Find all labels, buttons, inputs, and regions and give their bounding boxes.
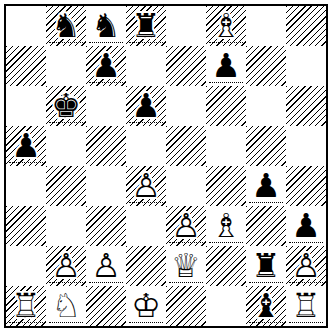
- square-a1[interactable]: ♜♖: [6, 286, 46, 326]
- white-pawn-b2[interactable]: ♟♙: [46, 246, 86, 286]
- square-g2[interactable]: ♜♜: [246, 246, 286, 286]
- square-g1[interactable]: ♝♝: [246, 286, 286, 326]
- black-pawn-h3[interactable]: ♟♟: [286, 206, 326, 246]
- square-b8[interactable]: ♞♞: [46, 6, 86, 46]
- square-a2[interactable]: [6, 246, 46, 286]
- square-e2[interactable]: ♛♕: [166, 246, 206, 286]
- square-e7[interactable]: [166, 46, 206, 86]
- white-pawn-h2[interactable]: ♟♙: [286, 246, 326, 286]
- square-d1[interactable]: ♚♔: [126, 286, 166, 326]
- square-e8[interactable]: [166, 6, 206, 46]
- square-g8[interactable]: [246, 6, 286, 46]
- square-f8[interactable]: ♝♗: [206, 6, 246, 46]
- square-c1[interactable]: [86, 286, 126, 326]
- square-d2[interactable]: [126, 246, 166, 286]
- piece-glyph: ♟: [286, 206, 326, 246]
- square-c2[interactable]: ♟♙: [86, 246, 126, 286]
- piece-glyph: ♕: [166, 246, 206, 286]
- square-a7[interactable]: [6, 46, 46, 86]
- piece-glyph: ♔: [126, 286, 166, 326]
- black-pawn-d6[interactable]: ♟♟: [126, 86, 166, 126]
- square-c6[interactable]: [86, 86, 126, 126]
- square-g4[interactable]: ♟♟: [246, 166, 286, 206]
- square-b1[interactable]: ♞♘: [46, 286, 86, 326]
- square-a8[interactable]: [6, 6, 46, 46]
- black-pawn-g4[interactable]: ♟♟: [246, 166, 286, 206]
- square-h1[interactable]: ♜♖: [286, 286, 326, 326]
- black-king-b6[interactable]: ♚♚: [46, 86, 86, 126]
- square-b2[interactable]: ♟♙: [46, 246, 86, 286]
- square-d3[interactable]: [126, 206, 166, 246]
- black-rook-g2[interactable]: ♜♜: [246, 246, 286, 286]
- white-rook-a1[interactable]: ♜♖: [6, 286, 46, 326]
- black-bishop-g1[interactable]: ♝♝: [246, 286, 286, 326]
- black-knight-b8[interactable]: ♞♞: [46, 6, 86, 46]
- black-pawn-c7[interactable]: ♟♟: [86, 46, 126, 86]
- square-h6[interactable]: [286, 86, 326, 126]
- square-b3[interactable]: [46, 206, 86, 246]
- square-b4[interactable]: [46, 166, 86, 206]
- square-h8[interactable]: [286, 6, 326, 46]
- piece-glyph: ♙: [126, 166, 166, 206]
- piece-glyph: ♖: [6, 286, 46, 326]
- square-e1[interactable]: [166, 286, 206, 326]
- white-queen-e2[interactable]: ♛♕: [166, 246, 206, 286]
- square-f1[interactable]: [206, 286, 246, 326]
- piece-glyph: ♟: [246, 166, 286, 206]
- black-knight-c8[interactable]: ♞♞: [86, 6, 126, 46]
- square-h3[interactable]: ♟♟: [286, 206, 326, 246]
- piece-glyph: ♘: [46, 286, 86, 326]
- square-g6[interactable]: [246, 86, 286, 126]
- piece-glyph: ♟: [6, 126, 46, 166]
- square-f6[interactable]: [206, 86, 246, 126]
- piece-glyph: ♟: [86, 46, 126, 86]
- square-a4[interactable]: [6, 166, 46, 206]
- piece-glyph: ♟: [206, 46, 246, 86]
- square-b5[interactable]: [46, 126, 86, 166]
- white-pawn-e3[interactable]: ♟♙: [166, 206, 206, 246]
- square-c4[interactable]: [86, 166, 126, 206]
- square-e6[interactable]: [166, 86, 206, 126]
- piece-glyph: ♜: [126, 6, 166, 46]
- square-e3[interactable]: ♟♙: [166, 206, 206, 246]
- piece-glyph: ♗: [206, 206, 246, 246]
- white-rook-h1[interactable]: ♜♖: [286, 286, 326, 326]
- square-c5[interactable]: [86, 126, 126, 166]
- square-a6[interactable]: [6, 86, 46, 126]
- board-frame: ♞♞♞♞♜♜♝♗♟♟♟♟♚♚♟♟♟♟♟♙♟♟♟♙♝♗♟♟♟♙♟♙♛♕♜♜♟♙♜♖…: [4, 4, 328, 328]
- piece-glyph: ♖: [286, 286, 326, 326]
- piece-glyph: ♚: [46, 86, 86, 126]
- square-f2[interactable]: [206, 246, 246, 286]
- square-d6[interactable]: ♟♟: [126, 86, 166, 126]
- piece-glyph: ♙: [46, 246, 86, 286]
- square-c7[interactable]: ♟♟: [86, 46, 126, 86]
- piece-glyph: ♜: [246, 246, 286, 286]
- square-g5[interactable]: [246, 126, 286, 166]
- piece-glyph: ♙: [86, 246, 126, 286]
- square-d7[interactable]: [126, 46, 166, 86]
- piece-glyph: ♙: [286, 246, 326, 286]
- square-h4[interactable]: [286, 166, 326, 206]
- square-b6[interactable]: ♚♚: [46, 86, 86, 126]
- square-a5[interactable]: ♟♟: [6, 126, 46, 166]
- piece-glyph: ♙: [166, 206, 206, 246]
- white-pawn-c2[interactable]: ♟♙: [86, 246, 126, 286]
- black-pawn-f7[interactable]: ♟♟: [206, 46, 246, 86]
- white-knight-b1[interactable]: ♞♘: [46, 286, 86, 326]
- square-d5[interactable]: [126, 126, 166, 166]
- square-b7[interactable]: [46, 46, 86, 86]
- square-d4[interactable]: ♟♙: [126, 166, 166, 206]
- piece-glyph: ♞: [46, 6, 86, 46]
- white-bishop-f3[interactable]: ♝♗: [206, 206, 246, 246]
- square-h5[interactable]: [286, 126, 326, 166]
- black-pawn-a5[interactable]: ♟♟: [6, 126, 46, 166]
- square-c3[interactable]: [86, 206, 126, 246]
- chess-board: ♞♞♞♞♜♜♝♗♟♟♟♟♚♚♟♟♟♟♟♙♟♟♟♙♝♗♟♟♟♙♟♙♛♕♜♜♟♙♜♖…: [6, 6, 326, 326]
- piece-glyph: ♞: [86, 6, 126, 46]
- square-f7[interactable]: ♟♟: [206, 46, 246, 86]
- white-bishop-f8[interactable]: ♝♗: [206, 6, 246, 46]
- square-f4[interactable]: [206, 166, 246, 206]
- square-c8[interactable]: ♞♞: [86, 6, 126, 46]
- square-d8[interactable]: ♜♜: [126, 6, 166, 46]
- piece-glyph: ♝: [246, 286, 286, 326]
- square-f5[interactable]: [206, 126, 246, 166]
- square-h7[interactable]: [286, 46, 326, 86]
- square-e4[interactable]: [166, 166, 206, 206]
- piece-glyph: ♗: [206, 6, 246, 46]
- square-e5[interactable]: [166, 126, 206, 166]
- square-a3[interactable]: [6, 206, 46, 246]
- chess-diagram: ♞♞♞♞♜♜♝♗♟♟♟♟♚♚♟♟♟♟♟♙♟♟♟♙♝♗♟♟♟♙♟♙♛♕♜♜♟♙♜♖…: [0, 0, 324, 324]
- square-g7[interactable]: [246, 46, 286, 86]
- square-h2[interactable]: ♟♙: [286, 246, 326, 286]
- black-rook-d8[interactable]: ♜♜: [126, 6, 166, 46]
- white-king-d1[interactable]: ♚♔: [126, 286, 166, 326]
- square-f3[interactable]: ♝♗: [206, 206, 246, 246]
- square-g3[interactable]: [246, 206, 286, 246]
- piece-glyph: ♟: [126, 86, 166, 126]
- white-pawn-d4[interactable]: ♟♙: [126, 166, 166, 206]
